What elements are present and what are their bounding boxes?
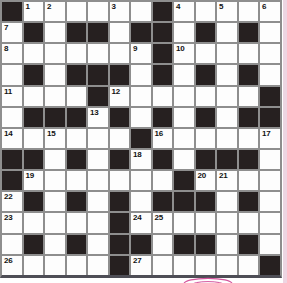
white-cell[interactable] [88, 129, 108, 148]
black-cell [153, 192, 173, 211]
black-cell [88, 23, 108, 42]
black-cell [24, 192, 44, 211]
white-cell[interactable] [24, 256, 44, 275]
black-cell [131, 129, 151, 148]
white-cell[interactable]: 5 [217, 2, 237, 21]
white-cell[interactable]: 2 [45, 2, 65, 21]
white-cell[interactable] [45, 65, 65, 84]
black-cell [110, 192, 130, 211]
white-cell[interactable] [174, 129, 194, 148]
black-cell [45, 108, 65, 127]
white-cell[interactable] [88, 213, 108, 232]
white-cell[interactable]: 8 [2, 44, 22, 63]
clue-number: 20 [198, 171, 206, 180]
clue-number: 6 [262, 2, 266, 11]
white-cell[interactable] [131, 192, 151, 211]
white-cell[interactable] [174, 108, 194, 127]
white-cell[interactable] [45, 256, 65, 275]
white-cell[interactable] [110, 171, 130, 190]
black-cell [110, 256, 130, 275]
black-cell [110, 235, 130, 254]
white-cell[interactable] [67, 129, 87, 148]
clue-number: 2 [47, 2, 51, 11]
clue-number: 5 [219, 2, 223, 11]
white-cell[interactable] [45, 171, 65, 190]
white-cell[interactable] [174, 150, 194, 169]
white-cell[interactable] [239, 129, 259, 148]
black-cell [67, 108, 87, 127]
white-cell[interactable] [67, 256, 87, 275]
black-cell [67, 150, 87, 169]
clue-number: 3 [112, 2, 116, 11]
white-cell[interactable] [24, 87, 44, 106]
white-cell[interactable]: 17 [260, 129, 280, 148]
black-cell [2, 171, 22, 190]
white-cell[interactable] [260, 65, 280, 84]
white-cell[interactable]: 26 [2, 256, 22, 275]
white-cell[interactable] [88, 150, 108, 169]
white-cell[interactable] [45, 23, 65, 42]
clue-number: 14 [4, 129, 12, 138]
black-cell [196, 108, 216, 127]
clue-number: 24 [133, 213, 141, 222]
black-cell [153, 108, 173, 127]
white-cell[interactable]: 9 [131, 44, 151, 63]
white-cell[interactable]: 14 [2, 129, 22, 148]
white-cell[interactable]: 22 [2, 192, 22, 211]
white-cell[interactable]: 24 [131, 213, 151, 232]
clue-number: 22 [4, 192, 12, 201]
black-cell [24, 108, 44, 127]
white-cell[interactable] [67, 213, 87, 232]
white-cell[interactable] [239, 171, 259, 190]
black-cell [88, 87, 108, 106]
white-cell[interactable] [131, 65, 151, 84]
black-cell [239, 65, 259, 84]
white-cell[interactable]: 3 [110, 2, 130, 21]
black-cell [196, 65, 216, 84]
white-cell[interactable] [88, 171, 108, 190]
black-cell [239, 192, 259, 211]
black-cell [260, 256, 280, 275]
white-cell[interactable] [88, 44, 108, 63]
black-cell [24, 235, 44, 254]
white-cell[interactable] [45, 44, 65, 63]
clue-number: 26 [4, 256, 12, 265]
white-cell[interactable] [260, 23, 280, 42]
white-cell[interactable]: 15 [45, 129, 65, 148]
black-cell [67, 192, 87, 211]
white-cell[interactable] [24, 129, 44, 148]
white-cell[interactable] [110, 23, 130, 42]
white-cell[interactable]: 23 [2, 213, 22, 232]
black-cell [174, 192, 194, 211]
white-cell[interactable]: 16 [153, 129, 173, 148]
clue-number: 8 [4, 44, 8, 53]
white-cell[interactable] [45, 235, 65, 254]
white-cell[interactable] [174, 256, 194, 275]
white-cell[interactable]: 21 [217, 171, 237, 190]
clue-number: 23 [4, 213, 12, 222]
white-cell[interactable]: 20 [196, 171, 216, 190]
clue-number: 18 [133, 150, 141, 159]
white-cell[interactable]: 10 [174, 44, 194, 63]
white-cell[interactable] [88, 2, 108, 21]
white-cell[interactable] [239, 256, 259, 275]
white-cell[interactable] [110, 129, 130, 148]
black-cell [67, 23, 87, 42]
black-cell [239, 150, 259, 169]
black-cell [67, 235, 87, 254]
clue-number: 7 [4, 23, 8, 32]
white-cell[interactable] [2, 108, 22, 127]
clue-number: 15 [47, 129, 55, 138]
page-edge-pink-strip [283, 0, 287, 283]
clue-number: 13 [90, 108, 98, 117]
black-cell [110, 150, 130, 169]
black-cell [196, 192, 216, 211]
white-cell[interactable] [153, 235, 173, 254]
white-cell[interactable] [217, 129, 237, 148]
clue-number: 21 [219, 171, 227, 180]
white-cell[interactable]: 27 [131, 256, 151, 275]
black-cell [174, 171, 194, 190]
white-cell[interactable] [110, 44, 130, 63]
white-cell[interactable] [153, 171, 173, 190]
white-cell[interactable] [131, 87, 151, 106]
black-cell [88, 65, 108, 84]
black-cell [110, 108, 130, 127]
black-cell [110, 65, 130, 84]
white-cell[interactable] [131, 108, 151, 127]
black-cell [110, 213, 130, 232]
white-cell[interactable] [239, 44, 259, 63]
white-cell[interactable] [45, 213, 65, 232]
white-cell[interactable] [153, 256, 173, 275]
white-cell[interactable] [217, 44, 237, 63]
white-cell[interactable] [24, 213, 44, 232]
white-cell[interactable]: 11 [2, 87, 22, 106]
white-cell[interactable] [45, 192, 65, 211]
black-cell [196, 23, 216, 42]
white-cell[interactable] [217, 192, 237, 211]
black-cell [24, 65, 44, 84]
black-cell [196, 150, 216, 169]
white-cell[interactable] [174, 23, 194, 42]
clue-number: 19 [26, 171, 34, 180]
white-cell[interactable] [67, 87, 87, 106]
white-cell[interactable]: 13 [88, 108, 108, 127]
white-cell[interactable] [217, 256, 237, 275]
white-cell[interactable]: 4 [174, 2, 194, 21]
clue-number: 9 [133, 44, 137, 53]
white-cell[interactable] [2, 235, 22, 254]
white-cell[interactable] [45, 150, 65, 169]
black-cell [239, 108, 259, 127]
white-cell[interactable] [239, 2, 259, 21]
white-cell[interactable] [260, 150, 280, 169]
white-cell[interactable]: 18 [131, 150, 151, 169]
white-cell[interactable] [196, 213, 216, 232]
white-cell[interactable] [217, 213, 237, 232]
black-cell [174, 235, 194, 254]
black-cell [24, 23, 44, 42]
black-cell [153, 23, 173, 42]
clue-number: 11 [4, 87, 12, 96]
white-cell[interactable] [217, 65, 237, 84]
clue-number: 17 [262, 129, 270, 138]
black-cell [153, 44, 173, 63]
white-cell[interactable] [260, 44, 280, 63]
white-cell[interactable] [239, 87, 259, 106]
black-cell [153, 65, 173, 84]
white-cell[interactable] [217, 235, 237, 254]
black-cell [260, 108, 280, 127]
clue-number: 1 [26, 2, 30, 11]
black-cell [217, 150, 237, 169]
white-cell[interactable] [67, 2, 87, 21]
crossword-grid: 1234567891011121314151617181920212223242… [0, 0, 282, 278]
white-cell[interactable] [260, 192, 280, 211]
clue-number: 4 [176, 2, 180, 11]
white-cell[interactable] [260, 171, 280, 190]
white-cell[interactable] [88, 256, 108, 275]
clue-number: 16 [155, 129, 163, 138]
black-cell [260, 87, 280, 106]
clue-number: 25 [155, 213, 163, 222]
black-cell [196, 235, 216, 254]
black-cell [67, 65, 87, 84]
white-cell[interactable] [174, 213, 194, 232]
black-cell [24, 150, 44, 169]
pink-swirl-decoration [182, 276, 234, 283]
black-cell [153, 2, 173, 21]
white-cell[interactable]: 6 [260, 2, 280, 21]
clue-number: 27 [133, 256, 141, 265]
white-cell[interactable] [88, 235, 108, 254]
white-cell[interactable] [131, 2, 151, 21]
white-cell[interactable]: 1 [24, 2, 44, 21]
white-cell[interactable] [24, 44, 44, 63]
white-cell[interactable] [2, 65, 22, 84]
black-cell [239, 23, 259, 42]
black-cell [239, 235, 259, 254]
white-cell[interactable] [239, 213, 259, 232]
white-cell[interactable] [153, 87, 173, 106]
white-cell[interactable] [67, 44, 87, 63]
white-cell[interactable]: 7 [2, 23, 22, 42]
black-cell [153, 150, 173, 169]
white-cell[interactable] [174, 65, 194, 84]
white-cell[interactable] [217, 87, 237, 106]
black-cell [131, 23, 151, 42]
white-cell[interactable] [196, 256, 216, 275]
black-cell [131, 235, 151, 254]
white-cell[interactable] [217, 23, 237, 42]
black-cell [2, 150, 22, 169]
white-cell[interactable] [67, 171, 87, 190]
white-cell[interactable] [196, 2, 216, 21]
white-cell[interactable] [45, 87, 65, 106]
white-cell[interactable] [196, 44, 216, 63]
white-cell[interactable]: 25 [153, 213, 173, 232]
white-cell[interactable] [217, 108, 237, 127]
white-cell[interactable] [260, 213, 280, 232]
white-cell[interactable] [196, 129, 216, 148]
white-cell[interactable] [260, 235, 280, 254]
white-cell[interactable]: 12 [110, 87, 130, 106]
white-cell[interactable] [174, 87, 194, 106]
black-cell [2, 2, 22, 21]
magazine-crossword-page: 1234567891011121314151617181920212223242… [0, 0, 287, 283]
white-cell[interactable] [131, 171, 151, 190]
white-cell[interactable] [88, 192, 108, 211]
white-cell[interactable]: 19 [24, 171, 44, 190]
clue-number: 12 [112, 87, 120, 96]
clue-number: 10 [176, 44, 184, 53]
white-cell[interactable] [196, 87, 216, 106]
